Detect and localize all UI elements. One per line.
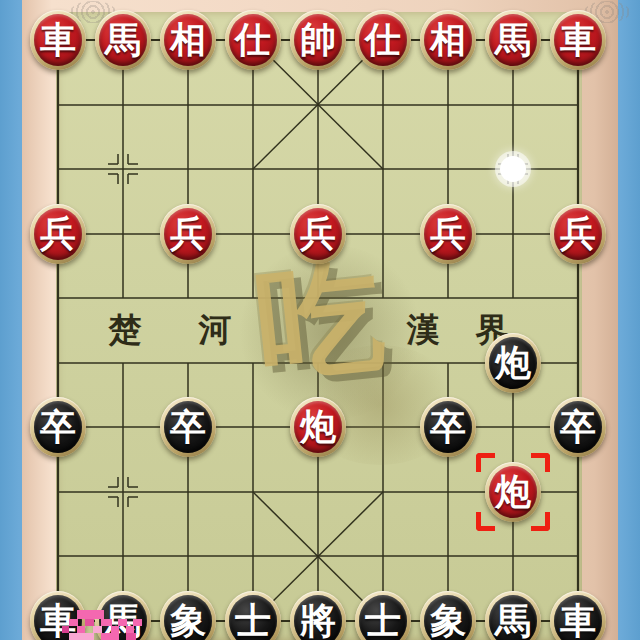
pixel-cursor-block <box>85 619 94 626</box>
piece-glyph: 士 <box>235 603 271 639</box>
pixel-cursor-block <box>77 610 104 619</box>
piece-red-elephant-b[interactable]: 相 <box>420 10 476 70</box>
piece-glyph: 炮 <box>495 345 531 381</box>
piece-black-pawn-d[interactable]: 卒 <box>550 397 606 457</box>
piece-glyph: 卒 <box>430 409 466 445</box>
piece-red-horse-b[interactable]: 馬 <box>485 10 541 70</box>
piece-glyph: 兵 <box>300 216 336 252</box>
river-label-he: 河 <box>199 308 232 353</box>
pixel-cursor-block <box>62 626 69 633</box>
piece-glyph: 炮 <box>495 474 531 510</box>
pixel-cursor-block <box>118 619 127 626</box>
piece-glyph: 兵 <box>560 216 596 252</box>
piece-red-chariot-b[interactable]: 車 <box>550 10 606 70</box>
piece-glyph: 仕 <box>235 22 271 58</box>
piece-glyph: 車 <box>560 603 596 639</box>
piece-glyph: 卒 <box>40 409 76 445</box>
piece-red-pawn-a[interactable]: 兵 <box>30 204 86 264</box>
piece-red-chariot-a[interactable]: 車 <box>30 10 86 70</box>
pixel-cursor-block <box>93 626 102 633</box>
river-label-chu: 楚 <box>109 308 142 353</box>
piece-red-elephant-a[interactable]: 相 <box>160 10 216 70</box>
piece-red-advisor-b[interactable]: 仕 <box>355 10 411 70</box>
piece-black-pawn-b[interactable]: 卒 <box>160 397 216 457</box>
piece-glyph: 將 <box>300 603 336 639</box>
piece-glyph: 卒 <box>560 409 596 445</box>
river-label-han: 漢 <box>407 308 440 353</box>
piece-glyph: 車 <box>560 22 596 58</box>
pixel-cursor-block <box>101 619 112 626</box>
move-origin-marker <box>500 156 526 182</box>
pixel-cursor-block <box>111 626 119 633</box>
piece-red-pawn-b[interactable]: 兵 <box>160 204 216 264</box>
piece-red-cannon-right[interactable]: 炮 <box>485 462 541 522</box>
piece-glyph: 卒 <box>170 409 206 445</box>
piece-glyph: 馬 <box>495 22 531 58</box>
pixel-cursor-block <box>126 626 134 633</box>
piece-glyph: 馬 <box>495 603 531 639</box>
pixel-cursor-block <box>69 619 78 626</box>
piece-red-general[interactable]: 帥 <box>290 10 346 70</box>
piece-glyph: 車 <box>40 22 76 58</box>
piece-glyph: 馬 <box>105 22 141 58</box>
piece-glyph: 象 <box>430 603 466 639</box>
piece-red-advisor-a[interactable]: 仕 <box>225 10 281 70</box>
pixel-cursor-block <box>69 633 94 640</box>
piece-black-pawn-c[interactable]: 卒 <box>420 397 476 457</box>
pixel-cursor-block <box>101 633 119 640</box>
piece-glyph: 仕 <box>365 22 401 58</box>
piece-glyph: 相 <box>170 22 206 58</box>
piece-glyph: 炮 <box>300 409 336 445</box>
piece-glyph: 兵 <box>40 216 76 252</box>
piece-red-horse-a[interactable]: 馬 <box>95 10 151 70</box>
piece-glyph: 士 <box>365 603 401 639</box>
piece-glyph: 相 <box>430 22 466 58</box>
piece-black-pawn-a[interactable]: 卒 <box>30 397 86 457</box>
capture-watermark: 吃 <box>251 251 389 389</box>
piece-red-cannon-center[interactable]: 炮 <box>290 397 346 457</box>
piece-red-pawn-c[interactable]: 兵 <box>290 204 346 264</box>
piece-red-pawn-e[interactable]: 兵 <box>550 204 606 264</box>
piece-red-pawn-d[interactable]: 兵 <box>420 204 476 264</box>
piece-glyph: 象 <box>170 603 206 639</box>
piece-black-cannon[interactable]: 炮 <box>485 333 541 393</box>
xiangqi-app: 楚 河 漢 界 吃 車馬相仕帥仕相馬車兵兵兵兵兵炮卒卒炮卒卒炮車馬象士將士象馬車 <box>0 0 640 640</box>
pixel-cursor-block <box>133 619 142 626</box>
piece-glyph: 兵 <box>430 216 466 252</box>
piece-glyph: 帥 <box>300 22 336 58</box>
pixel-cursor-block <box>126 633 136 640</box>
piece-glyph: 兵 <box>170 216 206 252</box>
pixel-cursor-block <box>77 626 85 633</box>
